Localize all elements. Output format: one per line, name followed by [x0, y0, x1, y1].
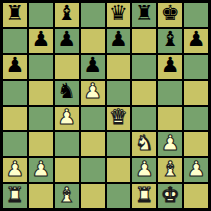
chess-board: ♜♝♛♜♚♟♟♟♝♟♟♟♟♞♟♟♛♞♟♟♟♟♝♟♜♝♜♚	[0, 0, 211, 211]
square-d5[interactable]: ♟	[81, 81, 105, 105]
piece-black-pawn-a6[interactable]: ♟	[6, 55, 25, 76]
square-f1[interactable]: ♜	[132, 184, 156, 208]
square-b6[interactable]	[29, 55, 53, 79]
piece-white-pawn-f2[interactable]: ♟	[135, 159, 154, 180]
square-h7[interactable]: ♟	[184, 29, 208, 53]
square-e4[interactable]: ♛	[107, 107, 131, 131]
square-d7[interactable]	[81, 29, 105, 53]
piece-black-pawn-h7[interactable]: ♟	[187, 29, 206, 50]
square-d1[interactable]	[81, 184, 105, 208]
square-d3[interactable]	[81, 132, 105, 156]
square-h1[interactable]	[184, 184, 208, 208]
square-g5[interactable]	[158, 81, 182, 105]
square-b2[interactable]: ♟	[29, 158, 53, 182]
square-f8[interactable]: ♜	[132, 3, 156, 27]
square-g8[interactable]: ♚	[158, 3, 182, 27]
square-a4[interactable]	[3, 107, 27, 131]
square-b8[interactable]	[29, 3, 53, 27]
square-h6[interactable]	[184, 55, 208, 79]
square-c4[interactable]: ♟	[55, 107, 79, 131]
square-c3[interactable]	[55, 132, 79, 156]
piece-black-king-g8[interactable]: ♚	[161, 3, 180, 24]
square-g2[interactable]: ♝	[158, 158, 182, 182]
square-a8[interactable]: ♜	[3, 3, 27, 27]
piece-black-pawn-c7[interactable]: ♟	[57, 29, 76, 50]
square-a3[interactable]	[3, 132, 27, 156]
square-c8[interactable]: ♝	[55, 3, 79, 27]
square-g3[interactable]: ♟	[158, 132, 182, 156]
square-h8[interactable]	[184, 3, 208, 27]
piece-black-bishop-c8[interactable]: ♝	[57, 3, 76, 24]
piece-white-pawn-h2[interactable]: ♟	[187, 159, 206, 180]
square-f6[interactable]	[132, 55, 156, 79]
square-e2[interactable]	[107, 158, 131, 182]
square-e7[interactable]: ♟	[107, 29, 131, 53]
square-e5[interactable]	[107, 81, 131, 105]
square-b1[interactable]	[29, 184, 53, 208]
square-h2[interactable]: ♟	[184, 158, 208, 182]
square-g6[interactable]: ♟	[158, 55, 182, 79]
square-f3[interactable]: ♞	[132, 132, 156, 156]
square-c1[interactable]: ♝	[55, 184, 79, 208]
square-b3[interactable]	[29, 132, 53, 156]
square-a5[interactable]	[3, 81, 27, 105]
square-c7[interactable]: ♟	[55, 29, 79, 53]
square-e6[interactable]	[107, 55, 131, 79]
square-d4[interactable]	[81, 107, 105, 131]
square-f5[interactable]	[132, 81, 156, 105]
square-c6[interactable]	[55, 55, 79, 79]
piece-white-rook-a1[interactable]: ♜	[6, 185, 25, 206]
piece-white-pawn-b2[interactable]: ♟	[31, 159, 50, 180]
piece-black-pawn-d6[interactable]: ♟	[83, 55, 102, 76]
square-e3[interactable]	[107, 132, 131, 156]
square-d8[interactable]	[81, 3, 105, 27]
square-a1[interactable]: ♜	[3, 184, 27, 208]
piece-white-knight-f3[interactable]: ♞	[135, 133, 154, 154]
piece-white-queen-e4[interactable]: ♛	[109, 107, 128, 128]
piece-black-pawn-e7[interactable]: ♟	[109, 29, 128, 50]
square-g4[interactable]	[158, 107, 182, 131]
piece-white-king-g1[interactable]: ♚	[161, 185, 180, 206]
square-f2[interactable]: ♟	[132, 158, 156, 182]
square-h3[interactable]	[184, 132, 208, 156]
piece-white-rook-f1[interactable]: ♜	[135, 185, 154, 206]
square-c5[interactable]: ♞	[55, 81, 79, 105]
square-a7[interactable]	[3, 29, 27, 53]
piece-black-knight-c5[interactable]: ♞	[57, 81, 76, 102]
piece-white-pawn-a2[interactable]: ♟	[6, 159, 25, 180]
square-f4[interactable]	[132, 107, 156, 131]
square-e8[interactable]: ♛	[107, 3, 131, 27]
piece-black-queen-e8[interactable]: ♛	[109, 3, 128, 24]
piece-white-bishop-c1[interactable]: ♝	[57, 185, 76, 206]
piece-white-pawn-g3[interactable]: ♟	[161, 133, 180, 154]
square-a2[interactable]: ♟	[3, 158, 27, 182]
square-f7[interactable]	[132, 29, 156, 53]
piece-black-pawn-b7[interactable]: ♟	[31, 29, 50, 50]
square-b7[interactable]: ♟	[29, 29, 53, 53]
square-d2[interactable]	[81, 158, 105, 182]
piece-white-bishop-g2[interactable]: ♝	[161, 159, 180, 180]
square-b5[interactable]	[29, 81, 53, 105]
square-b4[interactable]	[29, 107, 53, 131]
piece-white-pawn-d5[interactable]: ♟	[83, 81, 102, 102]
square-g1[interactable]: ♚	[158, 184, 182, 208]
square-h5[interactable]	[184, 81, 208, 105]
piece-black-rook-a8[interactable]: ♜	[6, 3, 25, 24]
piece-black-bishop-g7[interactable]: ♝	[161, 29, 180, 50]
square-a6[interactable]: ♟	[3, 55, 27, 79]
square-g7[interactable]: ♝	[158, 29, 182, 53]
piece-white-pawn-c4[interactable]: ♟	[57, 107, 76, 128]
piece-black-pawn-g6[interactable]: ♟	[161, 55, 180, 76]
square-h4[interactable]	[184, 107, 208, 131]
square-e1[interactable]	[107, 184, 131, 208]
piece-black-rook-f8[interactable]: ♜	[135, 3, 154, 24]
square-c2[interactable]	[55, 158, 79, 182]
square-d6[interactable]: ♟	[81, 55, 105, 79]
